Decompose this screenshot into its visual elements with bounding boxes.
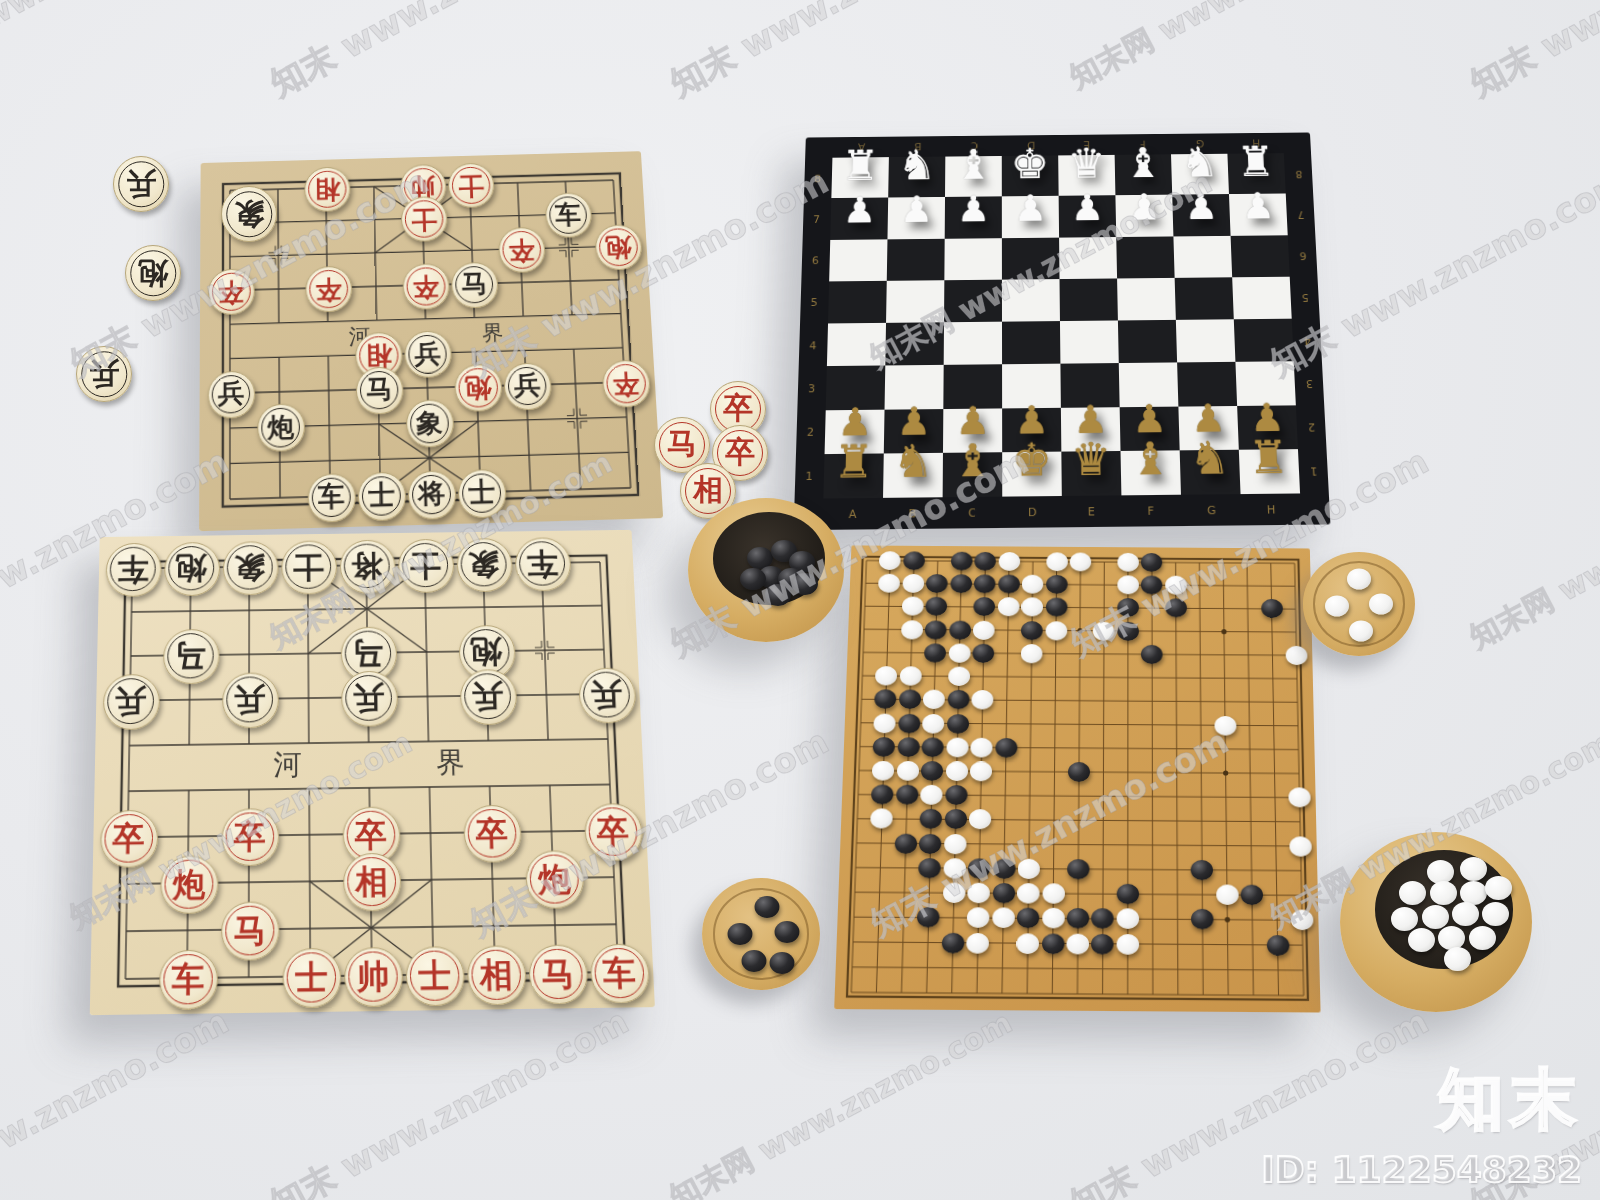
loose-xiangqi-piece-black: 炮 <box>125 245 181 301</box>
rank-label-left: 1 <box>805 470 814 484</box>
go-stone-white-in-bowl <box>1391 907 1418 931</box>
xiangqi-piece-character: 象 <box>409 403 449 443</box>
xiangqi-piece-character: 兵 <box>107 678 154 725</box>
lid-with-white-stones <box>1303 552 1415 656</box>
brand-logo: 知末 <box>1261 1055 1582 1145</box>
xiangqi-piece-black: 士 <box>281 540 337 594</box>
chess-square-f4 <box>1118 320 1177 363</box>
chess-piece-gold-r: ♜ <box>833 439 874 485</box>
xiangqi-piece-character: 士 <box>461 473 502 514</box>
xiangqi-piece-character: 卒 <box>212 272 251 311</box>
go-stone-black <box>1067 859 1089 879</box>
go-stone-black <box>993 858 1016 878</box>
go-stone-black <box>947 714 969 734</box>
watermark-text: 知末网 www.znzmo.com <box>0 0 220 98</box>
go-stone-white <box>1070 552 1092 571</box>
chess-square-a4 <box>827 323 886 366</box>
go-stone-white <box>1046 552 1068 571</box>
go-stone-black-in-bowl <box>765 584 791 606</box>
xiangqi-piece-black: 士 <box>397 538 454 592</box>
file-label-bottom: B <box>908 507 917 521</box>
xiangqi-piece-character: 马 <box>359 370 399 410</box>
xiangqi-piece-red: 卒 <box>305 265 352 312</box>
xiangqi-piece-character: 卒 <box>309 269 348 308</box>
go-stone-white-in-bowl <box>1408 928 1435 952</box>
xiangqi-piece-character: 象 <box>226 191 272 237</box>
go-stone-white <box>1093 621 1115 640</box>
chess-square-e5 <box>1060 278 1118 321</box>
go-stone-black-on-lid <box>754 896 779 918</box>
go-stone-white <box>966 932 989 953</box>
xiangqi-piece-character: 炮 <box>458 367 499 407</box>
xiangqi-piece-character: 炮 <box>530 855 580 904</box>
chess-piece-white-p: ♟ <box>1127 189 1161 225</box>
xiangqi-piece-character: 象 <box>227 545 273 590</box>
rank-label-right: 1 <box>1309 465 1318 478</box>
xiangqi-piece-character: 相 <box>347 857 395 906</box>
chess-piece-white-r: ♜ <box>841 145 880 187</box>
xiangqi-piece-character: 炮 <box>165 860 213 909</box>
go-stone-black <box>1041 933 1064 954</box>
xiangqi-piece-character: 炮 <box>598 228 638 266</box>
xiangqi-piece-red: 相 <box>342 852 401 911</box>
file-label-bottom: H <box>1267 503 1277 517</box>
go-stone-white-in-bowl <box>1444 947 1471 971</box>
chess-piece-white-p: ♟ <box>1184 189 1219 225</box>
go-stone-white <box>1021 644 1043 663</box>
chess-piece-white-r: ♜ <box>1236 141 1276 182</box>
xiangqi-piece-character: 车 <box>311 477 351 518</box>
go-board <box>834 545 1320 1012</box>
xiangqi-piece-red: 卒 <box>207 268 254 315</box>
watermark-text: 知末网 www.znzmo.com <box>1463 443 1600 659</box>
xiangqi-piece-character: 卒 <box>468 809 517 857</box>
image-id: ID: 1122548232 <box>1261 1149 1582 1190</box>
go-stone-white-in-bowl <box>1485 876 1512 900</box>
go-stone-black <box>1191 860 1213 880</box>
xiangqi-piece-black: 兵 <box>341 670 398 726</box>
go-stone-white-in-bowl <box>1399 881 1426 905</box>
go-stone-black-on-lid <box>770 952 795 974</box>
chess-piece-white-p: ♟ <box>957 191 991 227</box>
xiangqi-piece-character: 兵 <box>227 677 274 723</box>
xiangqi-piece-character: 将 <box>344 544 391 589</box>
rank-label-left: 8 <box>814 172 822 184</box>
chess-square-g5 <box>1175 277 1234 320</box>
watermark-text: 知末 www.znzmo.com <box>1463 0 1600 107</box>
xiangqi-piece-character: 车 <box>519 541 567 586</box>
go-stone-black-on-lid <box>727 923 752 945</box>
chess-square-e4 <box>1060 320 1119 363</box>
xiangqi-piece-black: 士 <box>457 468 507 518</box>
go-stone-black-on-lid <box>741 950 766 972</box>
chess-square-g6 <box>1173 235 1232 277</box>
xiangqi-piece-red: 车 <box>158 949 217 1009</box>
rank-label-left: 2 <box>807 426 816 439</box>
chess-square-c5 <box>944 279 1002 322</box>
xiangqi-piece-character: 兵 <box>345 675 392 721</box>
xiangqi-piece-black: 兵 <box>207 370 255 419</box>
go-stone-black <box>894 833 917 853</box>
go-stone-white <box>1216 885 1239 906</box>
xiangqi-piece-black: 将 <box>339 539 395 593</box>
go-stone-black <box>1068 762 1090 782</box>
xiangqi-piece-red: 相 <box>466 945 526 1005</box>
go-stone-white <box>1042 908 1065 929</box>
chess-piece-gold-b: ♝ <box>1130 436 1171 482</box>
rank-label-right: 2 <box>1307 420 1316 433</box>
lid-with-black-stones <box>702 878 820 990</box>
go-stone-white <box>1066 933 1089 954</box>
chess-square-c4 <box>944 322 1002 365</box>
go-stone-white-on-lid <box>1347 569 1371 590</box>
go-stone-white-in-bowl <box>1422 905 1449 929</box>
watermark-text: 知末 www.znzmo.com <box>1463 999 1600 1200</box>
xiangqi-piece-red: 士 <box>405 946 465 1006</box>
xiangqi-piece-character: 将 <box>411 474 452 515</box>
go-stone-black <box>998 575 1020 594</box>
xiangqi-piece-red: 卒 <box>402 263 450 310</box>
go-stone-white-on-lid <box>1325 596 1349 617</box>
go-stone-white-on-lid <box>1369 594 1393 615</box>
xiangqi-piece-black: 士 <box>357 471 406 521</box>
xiangqi-piece-character: 帅 <box>349 952 398 1002</box>
xiangqi-piece-character: 车 <box>548 196 588 234</box>
go-stone-white-in-bowl <box>1482 902 1509 926</box>
go-stone-white <box>948 667 970 686</box>
go-stone-black <box>898 713 920 733</box>
xiangqi-piece-character: 象 <box>461 542 508 587</box>
go-stone-white <box>1045 621 1067 640</box>
xiangqi-piece-character: 马 <box>659 422 705 468</box>
rank-label-right: 4 <box>1302 334 1311 347</box>
watermark-text: 知末 www.znzmo.com <box>663 0 1037 107</box>
chess-square-f5 <box>1117 278 1176 321</box>
xiangqi-piece-character: 士 <box>402 543 449 588</box>
xiangqi-piece-character: 兵 <box>118 161 164 207</box>
chess-board: 8877665544332211AABBCCDDEEFFGGHH♜♞♝♚♛♝♞♜… <box>794 132 1331 530</box>
xiangqi-piece-red: 士 <box>447 162 495 208</box>
xiangqi-piece-black: 兵 <box>102 673 159 729</box>
go-stone-white <box>1117 553 1138 572</box>
xiangqi-piece-character: 士 <box>361 475 402 516</box>
xiangqi-piece-character: 相 <box>308 170 347 208</box>
xiangqi-piece-black: 象 <box>456 538 513 592</box>
chess-square-c6 <box>944 238 1002 280</box>
file-label-bottom: G <box>1207 504 1217 518</box>
go-stone-black-in-bowl <box>792 573 818 595</box>
rank-label-left: 5 <box>810 296 818 309</box>
xiangqi-piece-black: 将 <box>407 470 456 520</box>
chess-square-b6 <box>887 238 945 280</box>
watermark-text: 知末网 www.znzmo.com <box>663 1003 1020 1200</box>
xiangqi-piece-character: 车 <box>164 954 213 1004</box>
go-stone-white-in-bowl <box>1469 926 1496 950</box>
watermark-text: 知末 www.znzmo.com <box>263 999 637 1200</box>
xiangqi-piece-character: 车 <box>110 547 157 592</box>
xiangqi-piece-black: 车 <box>307 472 356 522</box>
xiangqi-piece-black: 马 <box>450 261 498 308</box>
rank-label-right: 6 <box>1298 250 1307 263</box>
xiangqi-piece-character: 士 <box>410 951 459 1001</box>
xiangqi-piece-character: 炮 <box>168 546 214 591</box>
chess-piece-gold-n: ♞ <box>1189 436 1231 482</box>
xiangqi-piece-black: 象 <box>222 541 278 595</box>
go-stone-white <box>1286 646 1308 665</box>
xiangqi-piece-character: 兵 <box>211 374 250 414</box>
xiangqi-piece-character: 卒 <box>406 267 446 306</box>
chess-square-b4 <box>885 322 944 365</box>
xiangqi-piece-red: 卒 <box>463 804 522 862</box>
xiangqi-piece-character: 马 <box>533 949 583 999</box>
go-stone-white <box>1042 883 1065 904</box>
xiangqi-piece-character: 士 <box>287 953 336 1003</box>
go-stone-black <box>1021 621 1043 640</box>
chess-piece-white-p: ♟ <box>842 192 876 228</box>
go-stone-white <box>1116 934 1139 955</box>
chess-square-e6 <box>1059 237 1117 279</box>
file-label-bottom: E <box>1088 505 1096 519</box>
watermark-text: 知末 www.znzmo.com <box>0 999 237 1200</box>
xiangqi-piece-character: 士 <box>451 166 490 204</box>
go-stone-white-in-bowl <box>1460 857 1487 881</box>
chess-piece-white-q: ♛ <box>1067 142 1106 183</box>
chess-square-f6 <box>1116 236 1174 278</box>
xiangqi-piece-character: 士 <box>404 200 443 238</box>
xiangqi-piece-character: 炮 <box>463 629 511 675</box>
go-stone-white <box>973 620 995 639</box>
xiangqi-piece-black: 兵 <box>222 672 279 728</box>
go-stone-white-in-bowl <box>1438 926 1465 950</box>
xiangqi-piece-character: 马 <box>226 906 274 955</box>
xiangqi-piece-character: 兵 <box>464 673 512 719</box>
chess-square-b5 <box>886 280 944 323</box>
go-stone-white <box>998 552 1020 571</box>
go-stone-white <box>948 643 970 662</box>
xiangqi-piece-character: 兵 <box>507 366 548 406</box>
loose-xiangqi-piece-black: 兵 <box>113 156 169 212</box>
xiangqi-board-lower: 河界车炮象士将士象车马马炮兵兵兵兵兵卒卒卒卒卒炮相炮马车士帅士相马车 <box>90 530 655 1015</box>
go-stone-black <box>1045 598 1067 617</box>
chess-square-d6 <box>1002 237 1060 279</box>
file-label-bottom: C <box>968 506 977 520</box>
chess-piece-white-p: ♟ <box>1240 188 1275 224</box>
rank-label-right: 8 <box>1294 168 1302 180</box>
chess-piece-white-b: ♝ <box>1123 142 1162 183</box>
chess-square-h6 <box>1231 235 1290 277</box>
rank-label-left: 7 <box>813 213 821 225</box>
go-stone-white-in-bowl <box>1427 860 1454 884</box>
go-stone-white <box>943 858 966 878</box>
go-stone-black <box>1117 884 1139 905</box>
go-stone-white <box>944 834 967 854</box>
brand-watermark: 知末 ID: 1122548232 <box>1261 1055 1582 1190</box>
xiangqi-piece-character: 兵 <box>583 672 632 718</box>
go-stone-black <box>941 932 964 953</box>
chess-square-d4 <box>1002 321 1060 364</box>
white-go-stone-bowl <box>1340 832 1532 1012</box>
xiangqi-piece-black: 马 <box>162 628 219 684</box>
chess-piece-white-b: ♝ <box>954 143 993 185</box>
xiangqi-piece-character: 卒 <box>105 814 153 862</box>
file-label-bottom: A <box>849 508 858 522</box>
chess-square-a5 <box>828 281 887 324</box>
go-stone-white <box>1016 933 1039 954</box>
go-stone-white <box>1018 859 1041 879</box>
rank-label-right: 5 <box>1300 291 1309 304</box>
xiangqi-piece-character: 士 <box>286 545 332 590</box>
chess-piece-gold-q: ♛ <box>1071 437 1112 483</box>
xiangqi-piece-black: 炮 <box>164 541 220 595</box>
loose-xiangqi-piece-black: 兵 <box>76 346 132 402</box>
xiangqi-piece-character: 卒 <box>226 813 274 861</box>
chess-piece-white-p: ♟ <box>899 192 933 228</box>
chess-square-a6 <box>829 239 887 281</box>
xiangqi-piece-character: 炮 <box>261 408 301 449</box>
go-stone-white <box>901 620 923 639</box>
go-stone-white <box>946 761 968 781</box>
bowl-opening <box>1375 850 1513 969</box>
rank-label-right: 7 <box>1296 208 1304 220</box>
go-stone-white <box>1165 576 1187 595</box>
xiangqi-piece-character: 马 <box>345 631 392 677</box>
watermark-text: 知末网 www.znzmo.com <box>1063 0 1420 98</box>
go-stone-black <box>995 738 1017 758</box>
go-stone-white-in-bowl <box>1430 881 1457 905</box>
watermark-text: 知末 www.znzmo.com <box>1063 999 1437 1200</box>
watermark-text: 知末 www.znzmo.com <box>263 0 637 107</box>
xiangqi-piece-red: 炮 <box>160 855 218 914</box>
chess-square-g4 <box>1176 319 1236 362</box>
chess-piece-gold-k: ♚ <box>1012 437 1053 483</box>
chess-square-d5 <box>1002 279 1060 322</box>
chess-piece-gold-r: ♜ <box>1248 435 1290 481</box>
xiangqi-piece-black: 兵 <box>403 330 451 378</box>
chess-piece-white-n: ♞ <box>1180 141 1220 182</box>
xiangqi-piece-red: 卒 <box>99 809 157 867</box>
go-stone-white-on-lid <box>1349 621 1373 642</box>
go-stone-white <box>1214 715 1236 735</box>
go-stone-black <box>949 620 971 639</box>
xiangqi-piece-black: 马 <box>355 366 403 414</box>
go-stone-black <box>1046 575 1068 594</box>
xiangqi-piece-character: 兵 <box>81 351 127 397</box>
go-stone-white <box>1117 576 1139 595</box>
file-label-bottom: F <box>1147 504 1155 518</box>
chess-piece-white-p: ♟ <box>1014 191 1048 227</box>
xiangqi-piece-black: 车 <box>105 542 161 596</box>
rank-label-right: 3 <box>1305 377 1314 390</box>
chess-piece-gold-b: ♝ <box>952 438 992 484</box>
xiangqi-piece-character: 相 <box>685 468 731 514</box>
loose-xiangqi-piece-black: 象 <box>221 186 277 242</box>
go-stone-black <box>1091 933 1114 954</box>
go-stone-white <box>943 883 966 904</box>
rank-label-left: 3 <box>808 382 816 395</box>
bowl-opening <box>713 512 825 604</box>
go-stone-white <box>946 737 968 757</box>
chess-square-h4 <box>1234 319 1294 362</box>
file-label-bottom: D <box>1028 506 1038 520</box>
chess-piece-white-k: ♚ <box>1011 143 1050 185</box>
go-stone-black <box>1117 621 1139 640</box>
chess-piece-white-p: ♟ <box>1070 190 1104 226</box>
rank-label-left: 4 <box>809 339 817 352</box>
xiangqi-piece-red: 卒 <box>221 808 279 866</box>
chess-piece-gold-n: ♞ <box>893 439 934 485</box>
go-stone-black <box>951 552 973 571</box>
xiangqi-piece-red: 相 <box>304 166 351 212</box>
xiangqi-piece-red: 士 <box>282 947 341 1007</box>
go-stone-black <box>992 883 1015 904</box>
xiangqi-piece-red: 帅 <box>343 946 402 1006</box>
xiangqi-piece-character: 马 <box>167 633 214 679</box>
go-stone-white-in-bowl <box>1452 902 1479 926</box>
xiangqi-piece-character: 车 <box>594 948 645 998</box>
xiangqi-piece-red: 马 <box>221 901 279 961</box>
go-stone-white <box>1289 836 1312 856</box>
xiangqi-piece-character: 马 <box>454 265 494 304</box>
go-stone-black <box>1266 935 1289 956</box>
go-stone-black <box>897 737 919 757</box>
xiangqi-piece-black: 兵 <box>459 669 517 725</box>
xiangqi-piece-character: 炮 <box>130 250 176 296</box>
xiangqi-piece-character: 卒 <box>605 363 646 403</box>
go-stone-black-on-lid <box>774 921 799 943</box>
xiangqi-piece-character: 卒 <box>347 811 395 859</box>
go-stone-black-in-bowl <box>740 568 766 590</box>
xiangqi-piece-character: 兵 <box>408 334 448 374</box>
black-go-stone-bowl <box>688 498 844 642</box>
xiangqi-piece-character: 卒 <box>501 231 541 269</box>
chess-square-h5 <box>1232 276 1292 319</box>
xiangqi-piece-character: 相 <box>471 950 521 1000</box>
svg-text:河: 河 <box>273 748 302 782</box>
rank-label-left: 6 <box>812 255 820 268</box>
svg-text:界: 界 <box>481 320 503 346</box>
xiangqi-piece-character: 卒 <box>588 808 638 856</box>
chess-piece-white-n: ♞ <box>897 144 936 186</box>
xiangqi-piece-red: 炮 <box>453 363 502 411</box>
svg-text:界: 界 <box>436 746 465 780</box>
